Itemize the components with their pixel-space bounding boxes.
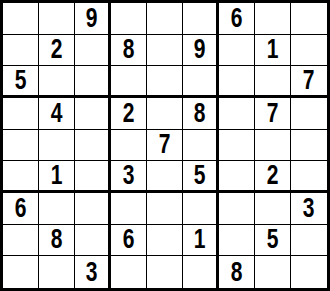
cell-r8c3[interactable] — [75, 225, 111, 257]
cell-r9c9[interactable] — [291, 256, 327, 288]
given-digit: 6 — [15, 195, 27, 222]
cell-r1c8[interactable] — [255, 3, 291, 35]
cell-r3c9: 7 — [291, 66, 327, 98]
given-digit: 3 — [86, 259, 98, 286]
given-digit: 4 — [51, 100, 63, 127]
cell-r7c6[interactable] — [183, 193, 219, 225]
cell-r5c2[interactable] — [39, 130, 75, 162]
cell-r5c4[interactable] — [111, 130, 147, 162]
given-digit: 8 — [231, 259, 243, 286]
cell-r6c9[interactable] — [291, 161, 327, 193]
given-digit: 7 — [267, 100, 279, 127]
cell-r7c8[interactable] — [255, 193, 291, 225]
cell-r1c9[interactable] — [291, 3, 327, 35]
cell-r2c5[interactable] — [147, 35, 183, 67]
cell-r9c2[interactable] — [39, 256, 75, 288]
cell-r3c1: 5 — [3, 66, 39, 98]
given-digit: 6 — [231, 5, 243, 32]
cell-r8c7[interactable] — [219, 225, 255, 257]
cell-r7c3[interactable] — [75, 193, 111, 225]
cell-r1c3: 9 — [75, 3, 111, 35]
cell-r2c2: 2 — [39, 35, 75, 67]
cell-r6c2: 1 — [39, 161, 75, 193]
cell-r2c4: 8 — [111, 35, 147, 67]
cell-r9c5[interactable] — [147, 256, 183, 288]
given-digit: 8 — [123, 36, 135, 63]
cell-r9c8[interactable] — [255, 256, 291, 288]
cell-r2c6: 9 — [183, 35, 219, 67]
cell-r4c5[interactable] — [147, 98, 183, 130]
cell-r8c9[interactable] — [291, 225, 327, 257]
given-digit: 5 — [267, 226, 279, 253]
cell-r4c1[interactable] — [3, 98, 39, 130]
cell-r8c2: 8 — [39, 225, 75, 257]
cell-r7c5[interactable] — [147, 193, 183, 225]
cell-r4c4: 2 — [111, 98, 147, 130]
given-digit: 7 — [159, 131, 171, 158]
cell-r2c7[interactable] — [219, 35, 255, 67]
given-digit: 8 — [194, 100, 206, 127]
cell-r6c5[interactable] — [147, 161, 183, 193]
cell-r3c2[interactable] — [39, 66, 75, 98]
given-digit: 1 — [194, 226, 206, 253]
cell-r3c4[interactable] — [111, 66, 147, 98]
cell-r5c8[interactable] — [255, 130, 291, 162]
given-digit: 8 — [51, 226, 63, 253]
cell-r6c7[interactable] — [219, 161, 255, 193]
cell-r9c6[interactable] — [183, 256, 219, 288]
cell-r3c6[interactable] — [183, 66, 219, 98]
cell-r5c3[interactable] — [75, 130, 111, 162]
given-digit: 3 — [303, 195, 315, 222]
cell-r6c4: 3 — [111, 161, 147, 193]
sudoku-board: 9628915742877135263861538 — [0, 0, 330, 291]
given-digit: 2 — [267, 162, 279, 189]
cell-r1c5[interactable] — [147, 3, 183, 35]
cell-r5c6[interactable] — [183, 130, 219, 162]
cell-r9c7: 8 — [219, 256, 255, 288]
cell-r1c2[interactable] — [39, 3, 75, 35]
cell-r1c4[interactable] — [111, 3, 147, 35]
cell-r9c1[interactable] — [3, 256, 39, 288]
cell-r8c6: 1 — [183, 225, 219, 257]
cell-r7c7[interactable] — [219, 193, 255, 225]
cell-r2c1[interactable] — [3, 35, 39, 67]
cell-r7c9: 3 — [291, 193, 327, 225]
cell-r4c7[interactable] — [219, 98, 255, 130]
cell-r7c4[interactable] — [111, 193, 147, 225]
cell-r8c1[interactable] — [3, 225, 39, 257]
cell-r1c1[interactable] — [3, 3, 39, 35]
cell-r7c2[interactable] — [39, 193, 75, 225]
cell-r6c8: 2 — [255, 161, 291, 193]
cell-r4c6: 8 — [183, 98, 219, 130]
given-digit: 2 — [51, 36, 63, 63]
given-digit: 9 — [194, 36, 206, 63]
given-digit: 5 — [194, 162, 206, 189]
cell-r5c7[interactable] — [219, 130, 255, 162]
given-digit: 1 — [51, 162, 63, 189]
cell-r1c6[interactable] — [183, 3, 219, 35]
cell-r5c9[interactable] — [291, 130, 327, 162]
cell-r4c8: 7 — [255, 98, 291, 130]
cell-r4c9[interactable] — [291, 98, 327, 130]
cell-r2c8: 1 — [255, 35, 291, 67]
cell-r4c2: 4 — [39, 98, 75, 130]
given-digit: 1 — [267, 36, 279, 63]
cell-r2c3[interactable] — [75, 35, 111, 67]
cell-r3c3[interactable] — [75, 66, 111, 98]
cell-r8c8: 5 — [255, 225, 291, 257]
cell-r6c6: 5 — [183, 161, 219, 193]
cell-r3c5[interactable] — [147, 66, 183, 98]
cell-r8c5[interactable] — [147, 225, 183, 257]
cell-r8c4: 6 — [111, 225, 147, 257]
cell-r6c1[interactable] — [3, 161, 39, 193]
cell-r3c7[interactable] — [219, 66, 255, 98]
cell-r3c8[interactable] — [255, 66, 291, 98]
given-digit: 2 — [123, 100, 135, 127]
given-digit: 5 — [15, 67, 27, 94]
cell-r2c9[interactable] — [291, 35, 327, 67]
given-digit: 3 — [123, 162, 135, 189]
given-digit: 7 — [303, 67, 315, 94]
given-digit: 6 — [123, 226, 135, 253]
given-digit: 9 — [86, 5, 98, 32]
cell-r6c3[interactable] — [75, 161, 111, 193]
cell-r9c3: 3 — [75, 256, 111, 288]
cell-r9c4[interactable] — [111, 256, 147, 288]
cell-r5c1[interactable] — [3, 130, 39, 162]
cell-r5c5: 7 — [147, 130, 183, 162]
cell-r1c7: 6 — [219, 3, 255, 35]
cell-r4c3[interactable] — [75, 98, 111, 130]
cell-r7c1: 6 — [3, 193, 39, 225]
